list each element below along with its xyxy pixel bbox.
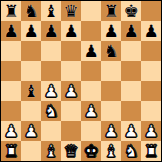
square-f1[interactable]: ♝ bbox=[101, 141, 121, 161]
square-f4[interactable] bbox=[101, 81, 121, 101]
black-pawn[interactable]: ♟ bbox=[143, 21, 158, 41]
black-knight[interactable]: ♞ bbox=[23, 1, 38, 21]
square-b5[interactable] bbox=[21, 61, 41, 81]
square-d7[interactable]: ♟ bbox=[61, 21, 81, 41]
square-b4[interactable]: ♝ bbox=[21, 81, 41, 101]
square-e3[interactable]: ♟ bbox=[81, 101, 101, 121]
white-pawn[interactable]: ♟ bbox=[3, 121, 18, 141]
square-a3[interactable] bbox=[1, 101, 21, 121]
square-e4[interactable] bbox=[81, 81, 101, 101]
square-f8[interactable]: ♜ bbox=[101, 1, 121, 21]
square-c8[interactable]: ♝ bbox=[41, 1, 61, 21]
square-d8[interactable]: ♛ bbox=[61, 1, 81, 21]
square-g4[interactable] bbox=[121, 81, 141, 101]
white-pawn[interactable]: ♟ bbox=[23, 121, 38, 141]
white-pawn[interactable]: ♟ bbox=[43, 81, 58, 101]
square-h6[interactable] bbox=[141, 41, 161, 61]
white-pawn[interactable]: ♟ bbox=[103, 121, 118, 141]
black-pawn[interactable]: ♟ bbox=[3, 21, 18, 41]
square-a7[interactable]: ♟ bbox=[1, 21, 21, 41]
square-e2[interactable] bbox=[81, 121, 101, 141]
square-a4[interactable] bbox=[1, 81, 21, 101]
square-c3[interactable]: ♞ bbox=[41, 101, 61, 121]
square-h1[interactable]: ♜ bbox=[141, 141, 161, 161]
chess-board: ♜♞♝♛♜♚♟♟♟♟♟♟♟♟♞♝♟♟♞♟♟♟♟♟♟♜♝♛♚♝♞♜ bbox=[0, 0, 162, 162]
square-a2[interactable]: ♟ bbox=[1, 121, 21, 141]
square-d1[interactable]: ♛ bbox=[61, 141, 81, 161]
white-rook[interactable]: ♜ bbox=[3, 141, 18, 161]
black-king[interactable]: ♚ bbox=[123, 1, 138, 21]
square-c7[interactable]: ♟ bbox=[41, 21, 61, 41]
square-a5[interactable] bbox=[1, 61, 21, 81]
square-d2[interactable] bbox=[61, 121, 81, 141]
white-pawn[interactable]: ♟ bbox=[123, 121, 138, 141]
square-a8[interactable]: ♜ bbox=[1, 1, 21, 21]
square-f6[interactable]: ♞ bbox=[101, 41, 121, 61]
square-f2[interactable]: ♟ bbox=[101, 121, 121, 141]
square-e7[interactable] bbox=[81, 21, 101, 41]
white-pawn[interactable]: ♟ bbox=[83, 101, 98, 121]
square-d3[interactable] bbox=[61, 101, 81, 121]
square-c4[interactable]: ♟ bbox=[41, 81, 61, 101]
square-h4[interactable] bbox=[141, 81, 161, 101]
square-g7[interactable]: ♟ bbox=[121, 21, 141, 41]
white-pawn[interactable]: ♟ bbox=[63, 81, 78, 101]
square-g1[interactable]: ♞ bbox=[121, 141, 141, 161]
black-rook[interactable]: ♜ bbox=[3, 1, 18, 21]
square-c6[interactable] bbox=[41, 41, 61, 61]
black-bishop[interactable]: ♝ bbox=[43, 1, 58, 21]
square-h3[interactable] bbox=[141, 101, 161, 121]
square-d4[interactable]: ♟ bbox=[61, 81, 81, 101]
square-f7[interactable]: ♟ bbox=[101, 21, 121, 41]
white-knight[interactable]: ♞ bbox=[43, 101, 58, 121]
white-queen[interactable]: ♛ bbox=[63, 141, 78, 161]
black-bishop[interactable]: ♝ bbox=[23, 81, 38, 101]
black-pawn[interactable]: ♟ bbox=[63, 21, 78, 41]
square-c2[interactable] bbox=[41, 121, 61, 141]
square-b7[interactable]: ♟ bbox=[21, 21, 41, 41]
black-pawn[interactable]: ♟ bbox=[23, 21, 38, 41]
square-g3[interactable] bbox=[121, 101, 141, 121]
square-c1[interactable]: ♝ bbox=[41, 141, 61, 161]
square-b3[interactable] bbox=[21, 101, 41, 121]
square-b8[interactable]: ♞ bbox=[21, 1, 41, 21]
square-b6[interactable] bbox=[21, 41, 41, 61]
black-pawn[interactable]: ♟ bbox=[43, 21, 58, 41]
black-pawn[interactable]: ♟ bbox=[83, 41, 98, 61]
square-h7[interactable]: ♟ bbox=[141, 21, 161, 41]
square-b2[interactable]: ♟ bbox=[21, 121, 41, 141]
square-h8[interactable] bbox=[141, 1, 161, 21]
white-bishop[interactable]: ♝ bbox=[43, 141, 58, 161]
black-knight[interactable]: ♞ bbox=[103, 41, 118, 61]
square-h2[interactable]: ♟ bbox=[141, 121, 161, 141]
square-g2[interactable]: ♟ bbox=[121, 121, 141, 141]
black-rook[interactable]: ♜ bbox=[103, 1, 118, 21]
black-queen[interactable]: ♛ bbox=[63, 1, 78, 21]
square-b1[interactable] bbox=[21, 141, 41, 161]
square-d5[interactable] bbox=[61, 61, 81, 81]
black-pawn[interactable]: ♟ bbox=[103, 21, 118, 41]
square-d6[interactable] bbox=[61, 41, 81, 61]
square-e6[interactable]: ♟ bbox=[81, 41, 101, 61]
white-king[interactable]: ♚ bbox=[83, 141, 98, 161]
white-rook[interactable]: ♜ bbox=[143, 141, 158, 161]
square-g8[interactable]: ♚ bbox=[121, 1, 141, 21]
white-pawn[interactable]: ♟ bbox=[143, 121, 158, 141]
square-g5[interactable] bbox=[121, 61, 141, 81]
square-e5[interactable] bbox=[81, 61, 101, 81]
square-c5[interactable] bbox=[41, 61, 61, 81]
square-h5[interactable] bbox=[141, 61, 161, 81]
black-pawn[interactable]: ♟ bbox=[123, 21, 138, 41]
square-f5[interactable] bbox=[101, 61, 121, 81]
square-e8[interactable] bbox=[81, 1, 101, 21]
square-a6[interactable] bbox=[1, 41, 21, 61]
square-f3[interactable] bbox=[101, 101, 121, 121]
square-g6[interactable] bbox=[121, 41, 141, 61]
white-knight[interactable]: ♞ bbox=[123, 141, 138, 161]
white-bishop[interactable]: ♝ bbox=[103, 141, 118, 161]
square-e1[interactable]: ♚ bbox=[81, 141, 101, 161]
square-a1[interactable]: ♜ bbox=[1, 141, 21, 161]
